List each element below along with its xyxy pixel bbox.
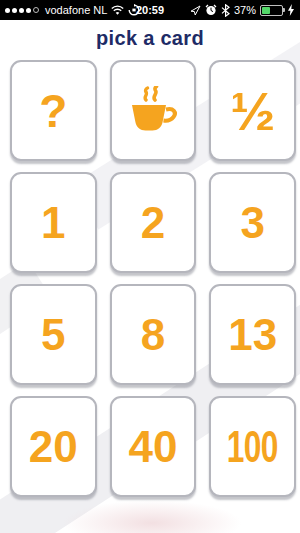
alarm-clock-icon bbox=[205, 4, 217, 16]
location-arrow-icon bbox=[190, 5, 201, 16]
card-value: 5 bbox=[41, 313, 65, 357]
card-value: 3 bbox=[240, 201, 264, 245]
card-20[interactable]: 20 bbox=[10, 396, 97, 497]
card-1[interactable]: 1 bbox=[10, 172, 97, 273]
card-half[interactable]: ½ bbox=[209, 60, 296, 161]
carrier-label: vodafone NL bbox=[45, 0, 107, 20]
card-value: 40 bbox=[129, 425, 178, 469]
card-5[interactable]: 5 bbox=[10, 284, 97, 385]
page-title: pick a card bbox=[0, 27, 300, 50]
card-value: 1 bbox=[41, 201, 65, 245]
card-value: 20 bbox=[29, 425, 78, 469]
card-value: 2 bbox=[141, 201, 165, 245]
rotation-lock-icon bbox=[128, 4, 140, 16]
app-screen: vodafone NL 20:59 bbox=[0, 0, 300, 533]
card-40[interactable]: 40 bbox=[110, 396, 197, 497]
card-8[interactable]: 8 bbox=[110, 284, 197, 385]
status-bar: vodafone NL 20:59 bbox=[0, 0, 300, 20]
battery-percent-label: 37% bbox=[234, 0, 256, 20]
card-grid: ? ½ 1 2 3 5 8 13 bbox=[0, 60, 300, 497]
card-value: ½ bbox=[230, 84, 275, 138]
card-13[interactable]: 13 bbox=[209, 284, 296, 385]
card-value: 100 bbox=[227, 425, 278, 469]
charging-bolt-icon bbox=[287, 4, 295, 16]
cell-signal-dots-icon bbox=[5, 7, 39, 13]
card-coffee[interactable] bbox=[110, 60, 197, 161]
card-question[interactable]: ? bbox=[10, 60, 97, 161]
battery-icon bbox=[260, 5, 283, 16]
coffee-cup-icon bbox=[127, 86, 179, 136]
card-100[interactable]: 100 bbox=[209, 396, 296, 497]
background-glow bbox=[62, 500, 242, 533]
wifi-icon bbox=[111, 5, 124, 16]
card-value: 13 bbox=[228, 313, 277, 357]
card-value: ? bbox=[39, 88, 67, 134]
status-bar-right: 37% bbox=[190, 0, 295, 20]
status-bar-left: vodafone NL bbox=[5, 0, 140, 20]
bluetooth-icon bbox=[221, 4, 230, 17]
card-value: 8 bbox=[141, 313, 165, 357]
card-3[interactable]: 3 bbox=[209, 172, 296, 273]
card-2[interactable]: 2 bbox=[110, 172, 197, 273]
